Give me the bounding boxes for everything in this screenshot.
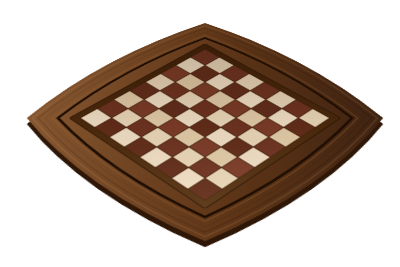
chess-board: [0, 7, 400, 267]
photo-canvas: [0, 0, 400, 267]
board-surface: [0, 7, 400, 267]
